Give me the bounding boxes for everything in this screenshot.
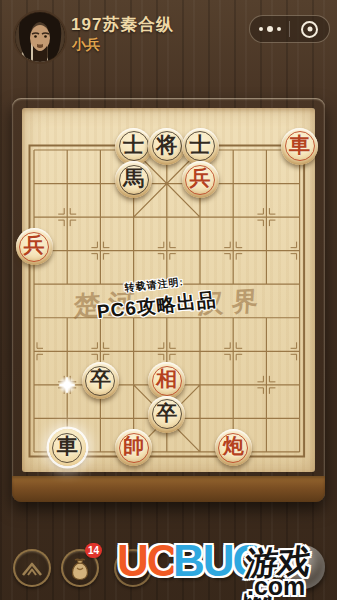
piece-glyph: 馬 [123,168,144,189]
more-dots-icon [277,27,281,31]
piece-black-将[interactable]: 将 [148,128,185,165]
piece-red-兵[interactable]: 兵 [16,228,53,265]
piece-black-車[interactable]: 車 [49,429,86,466]
hint-count-badge: 14 [85,543,102,558]
piece-glyph: 車 [289,135,310,156]
piece-black-士[interactable]: 士 [182,128,219,165]
avatar-portrait [15,12,65,62]
piece-glyph: 将 [156,135,177,156]
chevron-up-icon [19,557,45,579]
piece-glyph: 相 [156,369,177,390]
piece-red-炮[interactable]: 炮 [215,429,252,466]
piece-glyph: 兵 [24,235,45,256]
avatar [13,10,67,64]
piece-glyph: 車 [57,436,78,457]
header: 197苏秦合纵 小兵 [0,0,337,70]
level-difficulty: 小兵 [72,36,100,54]
extra-button[interactable] [114,549,152,587]
piece-red-車[interactable]: 車 [281,128,318,165]
more-dots-icon [267,26,273,32]
piece-glyph: 卒 [90,369,111,390]
bottom-bar: 14 [0,528,337,600]
piece-black-士[interactable]: 士 [115,128,152,165]
piece-black-馬[interactable]: 馬 [115,161,152,198]
capsule-target-icon [301,21,318,38]
piece-glyph: 士 [190,135,211,156]
piece-glyph: 士 [123,135,144,156]
piece-glyph: 炮 [223,436,244,457]
glossy-sphere [281,545,325,589]
more-button[interactable] [250,16,289,42]
piece-glyph: 兵 [190,168,211,189]
app-screen: 楚河 汉界 士将士車馬兵兵卒相卒車帥炮 转载请注明: PC6攻略出品 [0,0,337,600]
piece-black-卒[interactable]: 卒 [148,396,185,433]
last-move-sparkle [58,376,76,394]
money-bag-icon [68,555,92,581]
wechat-capsule [249,15,330,43]
piece-glyph: 帥 [123,436,144,457]
more-dots-icon [259,27,263,31]
level-title: 197苏秦合纵 [71,13,174,36]
menu-button[interactable] [13,549,51,587]
piece-black-卒[interactable]: 卒 [82,362,119,399]
piece-glyph: 卒 [156,403,177,424]
piece-red-兵[interactable]: 兵 [182,161,219,198]
close-button[interactable] [290,16,329,42]
